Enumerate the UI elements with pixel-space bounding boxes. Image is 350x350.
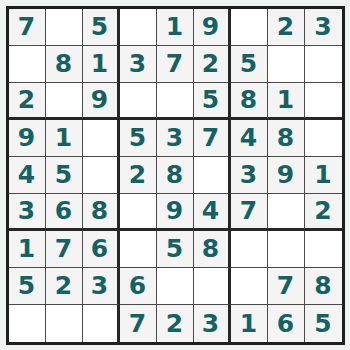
cell-r2c3[interactable]: 1 bbox=[83, 46, 120, 83]
cell-r3c4[interactable] bbox=[120, 83, 157, 120]
cell-r6c8[interactable] bbox=[268, 194, 305, 231]
cell-r3c5[interactable] bbox=[157, 83, 194, 120]
cell-r6c3[interactable]: 8 bbox=[83, 194, 120, 231]
cell-r9c8[interactable]: 6 bbox=[268, 305, 305, 342]
cell-r1c1[interactable]: 7 bbox=[9, 9, 46, 46]
cell-r5c5[interactable]: 8 bbox=[157, 157, 194, 194]
cell-r5c8[interactable]: 9 bbox=[268, 157, 305, 194]
cell-r2c1[interactable] bbox=[9, 46, 46, 83]
cell-r4c2[interactable]: 1 bbox=[46, 120, 83, 157]
cell-r9c6[interactable]: 3 bbox=[194, 305, 231, 342]
cell-r5c1[interactable]: 4 bbox=[9, 157, 46, 194]
cell-r2c5[interactable]: 7 bbox=[157, 46, 194, 83]
cell-r1c7[interactable] bbox=[231, 9, 268, 46]
cell-r6c5[interactable]: 9 bbox=[157, 194, 194, 231]
cell-r3c7[interactable]: 8 bbox=[231, 83, 268, 120]
cell-r2c6[interactable]: 2 bbox=[194, 46, 231, 83]
cell-r4c9[interactable] bbox=[305, 120, 342, 157]
cell-r2c2[interactable]: 8 bbox=[46, 46, 83, 83]
cell-r5c7[interactable]: 3 bbox=[231, 157, 268, 194]
cell-r7c2[interactable]: 7 bbox=[46, 231, 83, 268]
cell-r3c9[interactable] bbox=[305, 83, 342, 120]
cell-r8c1[interactable]: 5 bbox=[9, 268, 46, 305]
cell-r4c4[interactable]: 5 bbox=[120, 120, 157, 157]
cell-r7c4[interactable] bbox=[120, 231, 157, 268]
cell-r1c8[interactable]: 2 bbox=[268, 9, 305, 46]
cell-r2c4[interactable]: 3 bbox=[120, 46, 157, 83]
cell-r2c7[interactable]: 5 bbox=[231, 46, 268, 83]
cell-r6c7[interactable]: 7 bbox=[231, 194, 268, 231]
cell-r8c6[interactable] bbox=[194, 268, 231, 305]
cell-r8c3[interactable]: 3 bbox=[83, 268, 120, 305]
cell-r2c8[interactable] bbox=[268, 46, 305, 83]
cell-r2c9[interactable] bbox=[305, 46, 342, 83]
cell-r6c4[interactable] bbox=[120, 194, 157, 231]
cell-r7c8[interactable] bbox=[268, 231, 305, 268]
cell-r6c9[interactable]: 2 bbox=[305, 194, 342, 231]
cell-r8c2[interactable]: 2 bbox=[46, 268, 83, 305]
cell-r6c6[interactable]: 4 bbox=[194, 194, 231, 231]
cell-r7c1[interactable]: 1 bbox=[9, 231, 46, 268]
cell-r5c6[interactable] bbox=[194, 157, 231, 194]
cell-r3c1[interactable]: 2 bbox=[9, 83, 46, 120]
cell-r6c2[interactable]: 6 bbox=[46, 194, 83, 231]
cell-r9c3[interactable] bbox=[83, 305, 120, 342]
cell-r9c1[interactable] bbox=[9, 305, 46, 342]
cell-r7c6[interactable]: 8 bbox=[194, 231, 231, 268]
cell-r8c7[interactable] bbox=[231, 268, 268, 305]
cell-r5c2[interactable]: 5 bbox=[46, 157, 83, 194]
cell-r1c3[interactable]: 5 bbox=[83, 9, 120, 46]
sudoku-board: 7519238137252958191537484528391368947217… bbox=[6, 6, 345, 345]
cell-r4c7[interactable]: 4 bbox=[231, 120, 268, 157]
cell-r3c2[interactable] bbox=[46, 83, 83, 120]
cell-r8c9[interactable]: 8 bbox=[305, 268, 342, 305]
cell-r7c9[interactable] bbox=[305, 231, 342, 268]
cell-r8c8[interactable]: 7 bbox=[268, 268, 305, 305]
cell-r9c4[interactable]: 7 bbox=[120, 305, 157, 342]
cell-r8c5[interactable] bbox=[157, 268, 194, 305]
cell-r4c3[interactable] bbox=[83, 120, 120, 157]
cell-r5c4[interactable]: 2 bbox=[120, 157, 157, 194]
cell-r9c7[interactable]: 1 bbox=[231, 305, 268, 342]
cell-r1c9[interactable]: 3 bbox=[305, 9, 342, 46]
cell-r7c7[interactable] bbox=[231, 231, 268, 268]
cell-r1c6[interactable]: 9 bbox=[194, 9, 231, 46]
cell-r5c3[interactable] bbox=[83, 157, 120, 194]
cell-r4c5[interactable]: 3 bbox=[157, 120, 194, 157]
cell-r3c6[interactable]: 5 bbox=[194, 83, 231, 120]
cell-r5c9[interactable]: 1 bbox=[305, 157, 342, 194]
cell-r3c8[interactable]: 1 bbox=[268, 83, 305, 120]
cell-r4c8[interactable]: 8 bbox=[268, 120, 305, 157]
cell-r6c1[interactable]: 3 bbox=[9, 194, 46, 231]
cell-r7c5[interactable]: 5 bbox=[157, 231, 194, 268]
cell-r4c6[interactable]: 7 bbox=[194, 120, 231, 157]
cell-r1c2[interactable] bbox=[46, 9, 83, 46]
cell-r9c5[interactable]: 2 bbox=[157, 305, 194, 342]
cell-r4c1[interactable]: 9 bbox=[9, 120, 46, 157]
cell-r9c9[interactable]: 5 bbox=[305, 305, 342, 342]
cell-r3c3[interactable]: 9 bbox=[83, 83, 120, 120]
cell-r1c4[interactable] bbox=[120, 9, 157, 46]
cell-r1c5[interactable]: 1 bbox=[157, 9, 194, 46]
cell-r7c3[interactable]: 6 bbox=[83, 231, 120, 268]
cell-r9c2[interactable] bbox=[46, 305, 83, 342]
cell-r8c4[interactable]: 6 bbox=[120, 268, 157, 305]
